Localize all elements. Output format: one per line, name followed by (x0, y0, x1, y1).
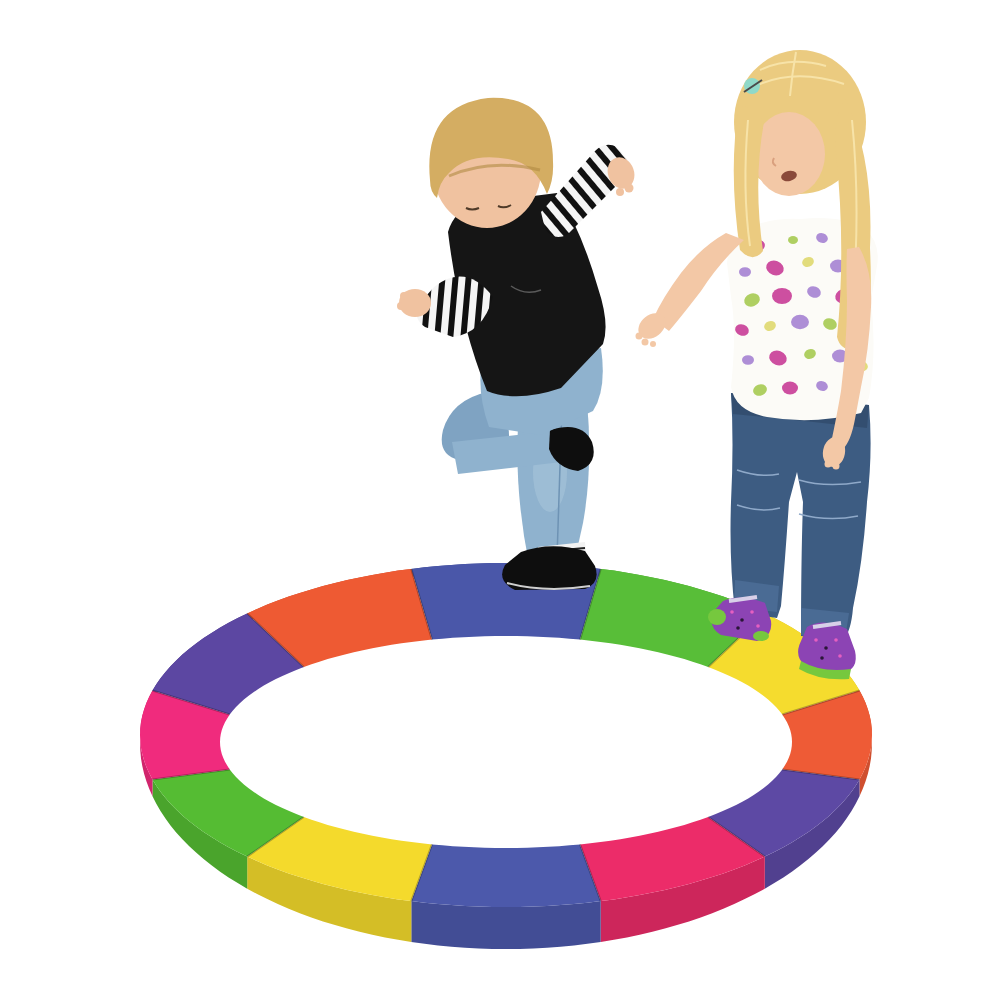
shirt-dot-green (788, 236, 798, 244)
boy-standing-shoe (502, 546, 597, 590)
ring-segment-6-blue (411, 844, 600, 907)
shirt-dot-pink (772, 288, 792, 304)
boy-left-fist (397, 289, 431, 317)
shirt-dot-purple (742, 355, 754, 365)
product-photo-canvas (0, 0, 1000, 1000)
boy-figure (397, 98, 639, 590)
shirt-dot-purple (791, 315, 809, 329)
scene-svg (0, 0, 1000, 1000)
girl-right-shoe (798, 622, 856, 679)
shirt-dot-purple (739, 267, 751, 277)
ring-segment-wall-6-blue (411, 901, 600, 949)
shirt-dot-pink (782, 382, 798, 395)
girl-face (753, 112, 825, 196)
